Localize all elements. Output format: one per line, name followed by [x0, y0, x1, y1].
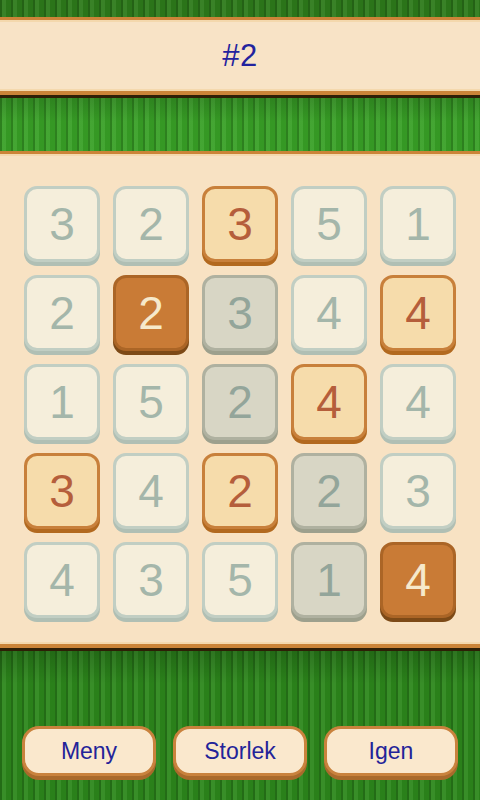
menu-button[interactable]: Meny	[22, 726, 156, 776]
middle-decoration-band	[0, 98, 480, 151]
cell-r4c2[interactable]: 4	[113, 453, 189, 529]
cell-r4c3[interactable]: 2	[202, 453, 278, 529]
puzzle-number: #2	[222, 38, 257, 74]
cell-r1c5[interactable]: 1	[380, 186, 456, 262]
cell-r2c5[interactable]: 4	[380, 275, 456, 351]
button-row: Meny Storlek Igen	[0, 651, 480, 776]
cell-r1c4[interactable]: 5	[291, 186, 367, 262]
cell-r3c3[interactable]: 2	[202, 364, 278, 440]
cell-r1c1[interactable]: 3	[24, 186, 100, 262]
cell-r5c2[interactable]: 3	[113, 542, 189, 618]
cell-r3c1[interactable]: 1	[24, 364, 100, 440]
cell-r1c2[interactable]: 2	[113, 186, 189, 262]
board-area: 3235122344152443422343514	[0, 156, 480, 642]
cell-r4c1[interactable]: 3	[24, 453, 100, 529]
size-button[interactable]: Storlek	[173, 726, 307, 776]
cell-r2c4[interactable]: 4	[291, 275, 367, 351]
cell-r5c1[interactable]: 4	[24, 542, 100, 618]
cell-r4c4[interactable]: 2	[291, 453, 367, 529]
cell-r4c5[interactable]: 3	[380, 453, 456, 529]
cell-r3c4[interactable]: 4	[291, 364, 367, 440]
cell-r5c4[interactable]: 1	[291, 542, 367, 618]
cell-r3c5[interactable]: 4	[380, 364, 456, 440]
cell-r5c3[interactable]: 5	[202, 542, 278, 618]
top-decoration-band	[0, 0, 480, 17]
app-screen: #2 3235122344152443422343514 Meny Storle…	[0, 0, 480, 800]
title-bar: #2	[0, 22, 480, 89]
cell-r2c2[interactable]: 2	[113, 275, 189, 351]
puzzle-grid: 3235122344152443422343514	[24, 186, 456, 618]
bottom-bar: Meny Storlek Igen	[0, 651, 480, 800]
cell-r5c5[interactable]: 4	[380, 542, 456, 618]
again-button[interactable]: Igen	[324, 726, 458, 776]
cell-r3c2[interactable]: 5	[113, 364, 189, 440]
cell-r1c3[interactable]: 3	[202, 186, 278, 262]
cell-r2c3[interactable]: 3	[202, 275, 278, 351]
cell-r2c1[interactable]: 2	[24, 275, 100, 351]
